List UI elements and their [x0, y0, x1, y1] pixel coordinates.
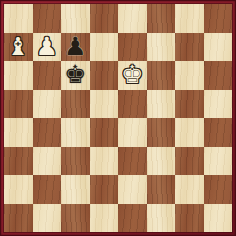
square-a8[interactable]	[4, 4, 33, 33]
square-h4[interactable]	[204, 118, 233, 147]
square-d7[interactable]	[90, 33, 119, 62]
square-d5[interactable]	[90, 90, 119, 119]
square-f6[interactable]	[147, 61, 176, 90]
square-e7[interactable]	[118, 33, 147, 62]
square-c2[interactable]	[61, 175, 90, 204]
square-a7[interactable]: ♝	[4, 33, 33, 62]
square-h1[interactable]	[204, 204, 233, 233]
square-f5[interactable]	[147, 90, 176, 119]
square-f2[interactable]	[147, 175, 176, 204]
chess-board: ♝♟♟♚♚	[4, 4, 232, 232]
board-frame: ♝♟♟♚♚	[0, 0, 236, 236]
square-a4[interactable]	[4, 118, 33, 147]
square-d1[interactable]	[90, 204, 119, 233]
square-c3[interactable]	[61, 147, 90, 176]
square-f3[interactable]	[147, 147, 176, 176]
square-e8[interactable]	[118, 4, 147, 33]
square-h6[interactable]	[204, 61, 233, 90]
square-g2[interactable]	[175, 175, 204, 204]
white-pawn-b7[interactable]: ♟	[36, 33, 58, 61]
square-d2[interactable]	[90, 175, 119, 204]
square-c7[interactable]: ♟	[61, 33, 90, 62]
square-h2[interactable]	[204, 175, 233, 204]
square-g3[interactable]	[175, 147, 204, 176]
square-d4[interactable]	[90, 118, 119, 147]
square-c6[interactable]: ♚	[61, 61, 90, 90]
square-b7[interactable]: ♟	[33, 33, 62, 62]
black-king-c6[interactable]: ♚	[64, 61, 86, 89]
square-a6[interactable]	[4, 61, 33, 90]
square-h5[interactable]	[204, 90, 233, 119]
square-e6[interactable]: ♚	[118, 61, 147, 90]
square-b3[interactable]	[33, 147, 62, 176]
square-e2[interactable]	[118, 175, 147, 204]
square-a2[interactable]	[4, 175, 33, 204]
square-c8[interactable]	[61, 4, 90, 33]
square-e5[interactable]	[118, 90, 147, 119]
square-a5[interactable]	[4, 90, 33, 119]
square-c4[interactable]	[61, 118, 90, 147]
square-g1[interactable]	[175, 204, 204, 233]
square-g5[interactable]	[175, 90, 204, 119]
square-d6[interactable]	[90, 61, 119, 90]
square-f7[interactable]	[147, 33, 176, 62]
square-h3[interactable]	[204, 147, 233, 176]
square-f4[interactable]	[147, 118, 176, 147]
square-b4[interactable]	[33, 118, 62, 147]
square-g6[interactable]	[175, 61, 204, 90]
square-h8[interactable]	[204, 4, 233, 33]
square-e3[interactable]	[118, 147, 147, 176]
square-d3[interactable]	[90, 147, 119, 176]
white-king-e6[interactable]: ♚	[121, 61, 143, 89]
square-a1[interactable]	[4, 204, 33, 233]
square-b2[interactable]	[33, 175, 62, 204]
square-f8[interactable]	[147, 4, 176, 33]
square-e1[interactable]	[118, 204, 147, 233]
square-b8[interactable]	[33, 4, 62, 33]
square-b1[interactable]	[33, 204, 62, 233]
square-a3[interactable]	[4, 147, 33, 176]
square-c1[interactable]	[61, 204, 90, 233]
square-b6[interactable]	[33, 61, 62, 90]
square-f1[interactable]	[147, 204, 176, 233]
square-g8[interactable]	[175, 4, 204, 33]
square-h7[interactable]	[204, 33, 233, 62]
square-e4[interactable]	[118, 118, 147, 147]
white-bishop-a7[interactable]: ♝	[7, 33, 29, 61]
black-pawn-c7[interactable]: ♟	[64, 33, 86, 61]
square-c5[interactable]	[61, 90, 90, 119]
square-g4[interactable]	[175, 118, 204, 147]
square-b5[interactable]	[33, 90, 62, 119]
square-d8[interactable]	[90, 4, 119, 33]
square-g7[interactable]	[175, 33, 204, 62]
